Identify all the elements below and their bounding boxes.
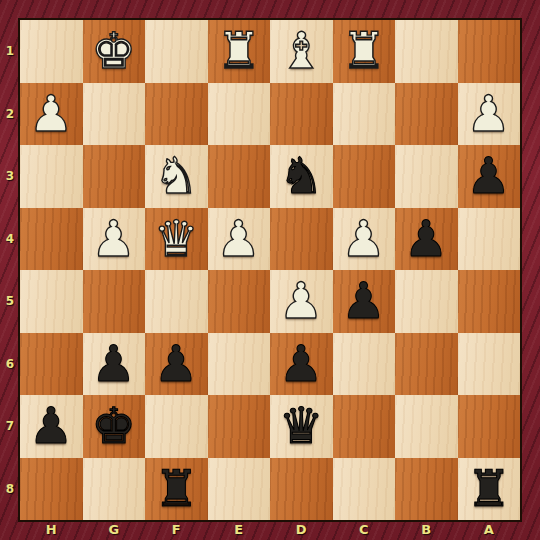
- black-pawn[interactable]: ♟: [154, 333, 199, 395]
- square-c2[interactable]: [333, 83, 396, 146]
- square-g3[interactable]: [83, 145, 146, 208]
- square-h3[interactable]: [20, 145, 83, 208]
- square-c1[interactable]: ♜: [333, 20, 396, 83]
- rank-label-6: 6: [0, 333, 20, 396]
- black-pawn[interactable]: ♟: [466, 145, 511, 207]
- file-label-a: A: [458, 519, 521, 540]
- white-pawn[interactable]: ♟: [29, 83, 74, 145]
- square-a3[interactable]: ♟: [458, 145, 521, 208]
- rank-label-8: 8: [0, 458, 20, 521]
- square-d5[interactable]: ♟: [270, 270, 333, 333]
- square-a2[interactable]: ♟: [458, 83, 521, 146]
- square-f3[interactable]: ♞: [145, 145, 208, 208]
- black-pawn[interactable]: ♟: [91, 333, 136, 395]
- square-d3[interactable]: ♞: [270, 145, 333, 208]
- square-g6[interactable]: ♟: [83, 333, 146, 396]
- square-b3[interactable]: [395, 145, 458, 208]
- white-knight[interactable]: ♞: [154, 145, 199, 207]
- square-e7[interactable]: [208, 395, 271, 458]
- black-rook[interactable]: ♜: [466, 458, 511, 520]
- square-g8[interactable]: [83, 458, 146, 521]
- white-rook[interactable]: ♜: [216, 20, 261, 82]
- square-b7[interactable]: [395, 395, 458, 458]
- rank-label-4: 4: [0, 208, 20, 271]
- square-a1[interactable]: [458, 20, 521, 83]
- square-e5[interactable]: [208, 270, 271, 333]
- rank-label-2: 2: [0, 83, 20, 146]
- square-h1[interactable]: [20, 20, 83, 83]
- square-g1[interactable]: ♚: [83, 20, 146, 83]
- black-queen[interactable]: ♛: [279, 395, 324, 457]
- square-f5[interactable]: [145, 270, 208, 333]
- white-pawn[interactable]: ♟: [466, 83, 511, 145]
- square-a6[interactable]: [458, 333, 521, 396]
- square-d2[interactable]: [270, 83, 333, 146]
- square-b1[interactable]: [395, 20, 458, 83]
- file-label-g: G: [83, 519, 146, 540]
- file-label-f: F: [145, 519, 208, 540]
- square-d7[interactable]: ♛: [270, 395, 333, 458]
- square-c7[interactable]: [333, 395, 396, 458]
- square-d4[interactable]: [270, 208, 333, 271]
- square-h2[interactable]: ♟: [20, 83, 83, 146]
- square-h7[interactable]: ♟: [20, 395, 83, 458]
- square-c6[interactable]: [333, 333, 396, 396]
- chess-board: ♚♜♝♜♟♟♞♞♟♟♛♟♟♟♟♟♟♟♟♟♚♛♜♜: [20, 20, 520, 520]
- rank-label-5: 5: [0, 270, 20, 333]
- square-f6[interactable]: ♟: [145, 333, 208, 396]
- white-king[interactable]: ♚: [91, 20, 136, 82]
- white-queen[interactable]: ♛: [154, 208, 199, 270]
- square-a8[interactable]: ♜: [458, 458, 521, 521]
- square-e3[interactable]: [208, 145, 271, 208]
- rank-label-3: 3: [0, 145, 20, 208]
- square-f7[interactable]: [145, 395, 208, 458]
- square-a5[interactable]: [458, 270, 521, 333]
- square-e2[interactable]: [208, 83, 271, 146]
- square-d6[interactable]: ♟: [270, 333, 333, 396]
- square-a7[interactable]: [458, 395, 521, 458]
- square-h8[interactable]: [20, 458, 83, 521]
- square-e4[interactable]: ♟: [208, 208, 271, 271]
- black-knight[interactable]: ♞: [279, 145, 324, 207]
- black-king[interactable]: ♚: [91, 395, 136, 457]
- file-label-e: E: [208, 519, 271, 540]
- square-g2[interactable]: [83, 83, 146, 146]
- square-f2[interactable]: [145, 83, 208, 146]
- square-g5[interactable]: [83, 270, 146, 333]
- square-b8[interactable]: [395, 458, 458, 521]
- square-g7[interactable]: ♚: [83, 395, 146, 458]
- square-h4[interactable]: [20, 208, 83, 271]
- square-c3[interactable]: [333, 145, 396, 208]
- square-c4[interactable]: ♟: [333, 208, 396, 271]
- square-h6[interactable]: [20, 333, 83, 396]
- square-e1[interactable]: ♜: [208, 20, 271, 83]
- square-e6[interactable]: [208, 333, 271, 396]
- white-bishop[interactable]: ♝: [279, 20, 324, 82]
- square-g4[interactable]: ♟: [83, 208, 146, 271]
- white-pawn[interactable]: ♟: [216, 208, 261, 270]
- white-pawn[interactable]: ♟: [341, 208, 386, 270]
- rank-label-1: 1: [0, 20, 20, 83]
- square-h5[interactable]: [20, 270, 83, 333]
- square-e8[interactable]: [208, 458, 271, 521]
- file-label-d: D: [270, 519, 333, 540]
- rank-label-7: 7: [0, 395, 20, 458]
- black-pawn[interactable]: ♟: [29, 395, 74, 457]
- square-f4[interactable]: ♛: [145, 208, 208, 271]
- square-b5[interactable]: [395, 270, 458, 333]
- white-pawn[interactable]: ♟: [91, 208, 136, 270]
- file-label-c: C: [333, 519, 396, 540]
- white-pawn[interactable]: ♟: [279, 270, 324, 332]
- black-pawn[interactable]: ♟: [279, 333, 324, 395]
- file-label-h: H: [20, 519, 83, 540]
- square-b6[interactable]: [395, 333, 458, 396]
- black-pawn[interactable]: ♟: [341, 270, 386, 332]
- square-a4[interactable]: [458, 208, 521, 271]
- file-label-b: B: [395, 519, 458, 540]
- square-c8[interactable]: [333, 458, 396, 521]
- black-rook[interactable]: ♜: [154, 458, 199, 520]
- board-frame: ♚♜♝♜♟♟♞♞♟♟♛♟♟♟♟♟♟♟♟♟♚♛♜♜ 12345678HGFEDCB…: [0, 0, 540, 540]
- square-c5[interactable]: ♟: [333, 270, 396, 333]
- square-b4[interactable]: ♟: [395, 208, 458, 271]
- square-b2[interactable]: [395, 83, 458, 146]
- square-d1[interactable]: ♝: [270, 20, 333, 83]
- square-d8[interactable]: [270, 458, 333, 521]
- square-f1[interactable]: [145, 20, 208, 83]
- white-rook[interactable]: ♜: [341, 20, 386, 82]
- square-f8[interactable]: ♜: [145, 458, 208, 521]
- black-pawn[interactable]: ♟: [404, 208, 449, 270]
